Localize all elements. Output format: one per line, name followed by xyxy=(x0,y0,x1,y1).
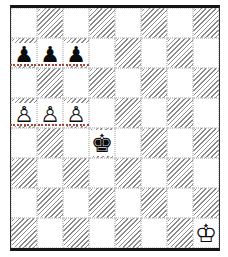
square-b3 xyxy=(37,158,63,188)
square-h2 xyxy=(193,188,219,218)
square-f1 xyxy=(141,218,167,248)
square-c4 xyxy=(63,128,89,158)
white-king-h1: ♔ xyxy=(193,220,219,246)
chessboard: ♟♟♟♙♙♙♚♔ xyxy=(10,5,220,251)
square-g5 xyxy=(167,98,193,128)
square-e5 xyxy=(115,98,141,128)
square-c3 xyxy=(63,158,89,188)
square-f3 xyxy=(141,158,167,188)
square-b1 xyxy=(37,218,63,248)
square-f8 xyxy=(141,8,167,38)
square-d4: ♚ xyxy=(89,128,115,158)
square-a8 xyxy=(11,8,37,38)
black-pawn-b7: ♟ xyxy=(37,43,63,66)
square-g3 xyxy=(167,158,193,188)
square-h8 xyxy=(193,8,219,38)
square-h7 xyxy=(193,38,219,68)
square-f6 xyxy=(141,68,167,98)
square-g7 xyxy=(167,38,193,68)
square-e7 xyxy=(115,38,141,68)
square-f5 xyxy=(141,98,167,128)
square-d6 xyxy=(89,68,115,98)
square-a2 xyxy=(11,188,37,218)
square-b8 xyxy=(37,8,63,38)
square-d2 xyxy=(89,188,115,218)
square-b2 xyxy=(37,188,63,218)
black-king-d4: ♚ xyxy=(89,130,115,156)
square-g2 xyxy=(167,188,193,218)
square-h3 xyxy=(193,158,219,188)
square-h1: ♔ xyxy=(193,218,219,248)
square-a3 xyxy=(11,158,37,188)
white-pawn-c5: ♙ xyxy=(63,103,89,126)
square-c8 xyxy=(63,8,89,38)
square-g1 xyxy=(167,218,193,248)
red-underline-annotation-white-pawns xyxy=(10,124,90,126)
white-pawn-b5: ♙ xyxy=(37,103,63,126)
square-f2 xyxy=(141,188,167,218)
square-e1 xyxy=(115,218,141,248)
black-pawn-a7: ♟ xyxy=(11,43,37,66)
square-a1 xyxy=(11,218,37,248)
square-e2 xyxy=(115,188,141,218)
square-e3 xyxy=(115,158,141,188)
square-d3 xyxy=(89,158,115,188)
square-d8 xyxy=(89,8,115,38)
square-a4 xyxy=(11,128,37,158)
square-g6 xyxy=(167,68,193,98)
square-e8 xyxy=(115,8,141,38)
square-b4 xyxy=(37,128,63,158)
square-c1 xyxy=(63,218,89,248)
square-d5 xyxy=(89,98,115,128)
square-h6 xyxy=(193,68,219,98)
square-c2 xyxy=(63,188,89,218)
white-pawn-a5: ♙ xyxy=(11,103,37,126)
square-b6 xyxy=(37,68,63,98)
square-c6 xyxy=(63,68,89,98)
square-f7 xyxy=(141,38,167,68)
square-g4 xyxy=(167,128,193,158)
board-grid: ♟♟♟♙♙♙♚♔ xyxy=(11,8,219,248)
red-underline-annotation-black-pawns xyxy=(10,64,90,66)
square-f4 xyxy=(141,128,167,158)
square-g8 xyxy=(167,8,193,38)
square-e4 xyxy=(115,128,141,158)
square-d7 xyxy=(89,38,115,68)
square-h5 xyxy=(193,98,219,128)
square-h4 xyxy=(193,128,219,158)
square-a6 xyxy=(11,68,37,98)
square-d1 xyxy=(89,218,115,248)
square-e6 xyxy=(115,68,141,98)
black-pawn-c7: ♟ xyxy=(63,43,89,66)
